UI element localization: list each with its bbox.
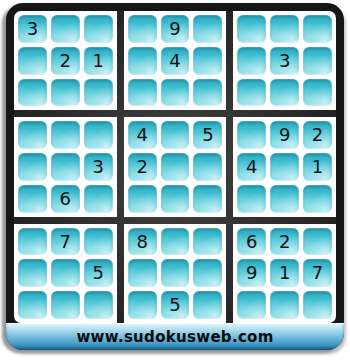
cell-r8c5[interactable]: [161, 259, 190, 287]
cell-r2c8[interactable]: 3: [270, 47, 299, 75]
sudoku-grid: 321943364529241758562917: [14, 11, 336, 323]
cell-r7c5[interactable]: [161, 228, 190, 256]
cell-r2c5[interactable]: 4: [161, 47, 190, 75]
cell-r3c8[interactable]: [270, 79, 299, 107]
cell-r5c2[interactable]: [51, 153, 80, 181]
cell-r8c8[interactable]: 1: [270, 259, 299, 287]
cell-r1c9[interactable]: [303, 15, 332, 43]
cell-r7c4[interactable]: 8: [128, 228, 157, 256]
cell-r4c2[interactable]: [51, 121, 80, 149]
cell-r8c9[interactable]: 7: [303, 259, 332, 287]
cell-r1c5[interactable]: 9: [161, 15, 190, 43]
box-1-3: 3: [233, 11, 336, 110]
cell-r9c1[interactable]: [18, 291, 47, 319]
cell-r7c7[interactable]: 6: [237, 228, 266, 256]
cell-r1c6[interactable]: [193, 15, 222, 43]
box-1-1: 321: [14, 11, 117, 110]
cell-r8c1[interactable]: [18, 259, 47, 287]
cell-r6c3[interactable]: [84, 185, 113, 213]
cell-r1c1[interactable]: 3: [18, 15, 47, 43]
cell-r2c4[interactable]: [128, 47, 157, 75]
cell-r7c9[interactable]: [303, 228, 332, 256]
cell-r4c4[interactable]: 4: [128, 121, 157, 149]
cell-r1c3[interactable]: [84, 15, 113, 43]
cell-r1c8[interactable]: [270, 15, 299, 43]
box-3-3: 62917: [233, 224, 336, 323]
cell-r9c4[interactable]: [128, 291, 157, 319]
cell-r6c2[interactable]: 6: [51, 185, 80, 213]
cell-r8c7[interactable]: 9: [237, 259, 266, 287]
box-1-2: 94: [124, 11, 227, 110]
box-2-1: 36: [14, 117, 117, 216]
cell-r3c5[interactable]: [161, 79, 190, 107]
cell-r6c5[interactable]: [161, 185, 190, 213]
cell-r3c4[interactable]: [128, 79, 157, 107]
cell-r5c3[interactable]: 3: [84, 153, 113, 181]
sudoku-board-frame: 321943364529241758562917 www.sudokusweb.…: [6, 3, 344, 350]
cell-r8c3[interactable]: 5: [84, 259, 113, 287]
cell-r4c3[interactable]: [84, 121, 113, 149]
site-link[interactable]: www.sudokusweb.com: [76, 328, 273, 346]
cell-r1c7[interactable]: [237, 15, 266, 43]
cell-r9c7[interactable]: [237, 291, 266, 319]
cell-r9c6[interactable]: [193, 291, 222, 319]
cell-r6c7[interactable]: [237, 185, 266, 213]
cell-r1c2[interactable]: [51, 15, 80, 43]
cell-r3c3[interactable]: [84, 79, 113, 107]
cell-r9c8[interactable]: [270, 291, 299, 319]
cell-r4c6[interactable]: 5: [193, 121, 222, 149]
cell-r5c7[interactable]: 4: [237, 153, 266, 181]
cell-r7c8[interactable]: 2: [270, 228, 299, 256]
cell-r8c6[interactable]: [193, 259, 222, 287]
cell-r7c6[interactable]: [193, 228, 222, 256]
cell-r2c2[interactable]: 2: [51, 47, 80, 75]
cell-r6c9[interactable]: [303, 185, 332, 213]
cell-r7c3[interactable]: [84, 228, 113, 256]
cell-r2c3[interactable]: 1: [84, 47, 113, 75]
cell-r9c3[interactable]: [84, 291, 113, 319]
cell-r4c5[interactable]: [161, 121, 190, 149]
cell-r9c2[interactable]: [51, 291, 80, 319]
cell-r3c1[interactable]: [18, 79, 47, 107]
cell-r5c4[interactable]: 2: [128, 153, 157, 181]
cell-r6c6[interactable]: [193, 185, 222, 213]
cell-r3c7[interactable]: [237, 79, 266, 107]
footer-bar: www.sudokusweb.com: [6, 323, 344, 350]
cell-r2c7[interactable]: [237, 47, 266, 75]
cell-r5c1[interactable]: [18, 153, 47, 181]
cell-r5c9[interactable]: 1: [303, 153, 332, 181]
cell-r2c1[interactable]: [18, 47, 47, 75]
cell-r7c2[interactable]: 7: [51, 228, 80, 256]
cell-r4c7[interactable]: [237, 121, 266, 149]
cell-r4c1[interactable]: [18, 121, 47, 149]
cell-r3c6[interactable]: [193, 79, 222, 107]
cell-r5c6[interactable]: [193, 153, 222, 181]
cell-r4c8[interactable]: 9: [270, 121, 299, 149]
cell-r3c9[interactable]: [303, 79, 332, 107]
box-3-1: 75: [14, 224, 117, 323]
cell-r8c4[interactable]: [128, 259, 157, 287]
cell-r4c9[interactable]: 2: [303, 121, 332, 149]
cell-r8c2[interactable]: [51, 259, 80, 287]
cell-r6c1[interactable]: [18, 185, 47, 213]
cell-r7c1[interactable]: [18, 228, 47, 256]
cell-r3c2[interactable]: [51, 79, 80, 107]
cell-r5c5[interactable]: [161, 153, 190, 181]
cell-r6c8[interactable]: [270, 185, 299, 213]
board-inner: 321943364529241758562917: [6, 3, 344, 323]
cell-r9c9[interactable]: [303, 291, 332, 319]
box-3-2: 85: [124, 224, 227, 323]
cell-r6c4[interactable]: [128, 185, 157, 213]
box-2-3: 9241: [233, 117, 336, 216]
box-2-2: 452: [124, 117, 227, 216]
cell-r2c9[interactable]: [303, 47, 332, 75]
cell-r9c5[interactable]: 5: [161, 291, 190, 319]
cell-r5c8[interactable]: [270, 153, 299, 181]
cell-r2c6[interactable]: [193, 47, 222, 75]
cell-r1c4[interactable]: [128, 15, 157, 43]
